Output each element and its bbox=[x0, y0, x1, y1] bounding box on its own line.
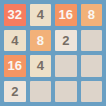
tile-r1c1: 32 bbox=[4, 4, 26, 26]
empty-cell-r3c4 bbox=[81, 55, 103, 77]
tile-r3c1: 16 bbox=[4, 55, 26, 77]
2048-board: 32 4 16 8 4 8 2 16 4 2 bbox=[0, 0, 106, 106]
tile-r1c3: 16 bbox=[55, 4, 77, 26]
tile-r2c1: 4 bbox=[4, 30, 26, 52]
tile-r3c2: 4 bbox=[30, 55, 52, 77]
tile-r2c2: 8 bbox=[30, 30, 52, 52]
tile-r2c3: 2 bbox=[55, 30, 77, 52]
tile-r4c1: 2 bbox=[4, 81, 26, 103]
tile-r1c4: 8 bbox=[81, 4, 103, 26]
tile-r1c2: 4 bbox=[30, 4, 52, 26]
empty-cell-r2c4 bbox=[81, 30, 103, 52]
empty-cell-r3c3 bbox=[55, 55, 77, 77]
empty-cell-r4c2 bbox=[30, 81, 52, 103]
empty-cell-r4c3 bbox=[55, 81, 77, 103]
empty-cell-r4c4 bbox=[81, 81, 103, 103]
